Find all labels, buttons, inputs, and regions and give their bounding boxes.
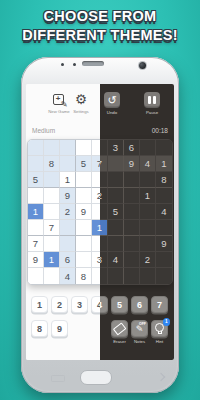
eraser-key — [111, 320, 128, 337]
sudoku-cell-r6c9[interactable] — [156, 220, 172, 236]
numpad-2[interactable]: 2 — [51, 296, 68, 313]
sudoku-cell-r7c8[interactable] — [140, 236, 156, 252]
sudoku-cell-r2c4[interactable]: 5 — [76, 156, 92, 172]
app-screen: + ✎ New Game ⚙ Settings ↺ Undo Pause Med… — [26, 84, 174, 360]
undo-button[interactable]: ↺ Undo — [100, 92, 127, 115]
sudoku-cell-r5c3[interactable]: 2 — [60, 204, 76, 220]
sudoku-cell-r8c6[interactable]: 4 — [108, 252, 124, 268]
settings-label: Settings — [73, 109, 89, 114]
back-key[interactable] — [157, 373, 165, 381]
sudoku-cell-r8c5[interactable]: 3 — [100, 252, 108, 268]
banner-line-1: CHOOSE FROM — [0, 7, 200, 26]
sudoku-cell-r3c8[interactable] — [140, 172, 156, 188]
numpad-6[interactable]: 6 — [131, 296, 148, 313]
notes-key: ✎ OFF — [131, 320, 148, 337]
undo-label: Undo — [107, 110, 117, 115]
sudoku-cell-r7c1[interactable]: 7 — [28, 236, 44, 252]
sudoku-cell-r2c6[interactable] — [108, 156, 124, 172]
sudoku-cell-r9c5[interactable] — [100, 268, 108, 284]
sudoku-cell-r2c3[interactable] — [60, 156, 76, 172]
sudoku-cell-r2c8[interactable]: 4 — [140, 156, 156, 172]
sudoku-cell-r1c8[interactable] — [140, 140, 156, 156]
sensor-dot — [73, 63, 76, 66]
notes-state: OFF — [139, 322, 146, 326]
sudoku-cell-r4c7[interactable] — [124, 188, 140, 204]
sudoku-cell-r3c5[interactable] — [100, 172, 108, 188]
sudoku-cell-r2c5[interactable]: 7 — [100, 156, 108, 172]
recents-key[interactable] — [51, 375, 65, 382]
sudoku-cell-r1c4[interactable] — [76, 140, 92, 156]
sudoku-cell-r7c7[interactable] — [124, 236, 140, 252]
sudoku-cell-r1c3[interactable] — [60, 140, 76, 156]
sudoku-cell-r4c1[interactable] — [28, 188, 44, 204]
sudoku-cell-r5c8[interactable] — [140, 204, 156, 220]
sensor-dot — [61, 63, 64, 66]
sudoku-cell-r3c6[interactable] — [108, 172, 124, 188]
sudoku-cell-r1c7[interactable]: 6 — [124, 140, 140, 156]
sudoku-cell-r6c5[interactable]: 1 — [100, 220, 108, 236]
eraser-label: Eraser — [113, 339, 126, 344]
timer-value: 00:18 — [152, 127, 168, 134]
undo-icon: ↺ — [107, 93, 116, 107]
sudoku-cell-r5c1[interactable]: 1 — [28, 204, 44, 220]
sudoku-cell-r9c1[interactable] — [28, 268, 44, 284]
numpad-spacer — [71, 320, 88, 337]
hint-label: Hint — [156, 339, 164, 344]
undo-key: ↺ — [104, 92, 120, 108]
sudoku-cell-r4c6[interactable] — [108, 188, 124, 204]
sudoku-cell-r6c6[interactable] — [108, 220, 124, 236]
sudoku-cell-r3c9[interactable]: 8 — [156, 172, 172, 188]
difficulty-label: Medium — [32, 127, 55, 134]
notes-button[interactable]: ✎ OFF Notes — [131, 320, 148, 337]
sudoku-cell-r9c3[interactable]: 4 — [60, 268, 76, 284]
sudoku-cell-r2c2[interactable]: 8 — [44, 156, 60, 172]
numpad-3[interactable]: 3 — [71, 296, 88, 313]
notes-label: Notes — [134, 339, 145, 344]
sudoku-cell-r9c9[interactable] — [156, 268, 172, 284]
sudoku-cell-r6c1[interactable] — [28, 220, 44, 236]
banner-line-2: DIFFERENT THEMES! — [0, 26, 200, 45]
numpad: 1 2 3 4 5 6 7 8 9 Eraser ✎ OFF Notes 1 — [100, 296, 168, 337]
phone-mockup: + ✎ New Game ⚙ Settings ↺ Undo Pause Med… — [21, 57, 179, 393]
hint-button[interactable]: 1 Hint — [151, 320, 168, 337]
sudoku-cell-r2c1[interactable] — [28, 156, 44, 172]
numpad-8[interactable]: 8 — [31, 320, 48, 337]
sudoku-cell-r3c1[interactable]: 5 — [28, 172, 44, 188]
eraser-button[interactable]: Eraser — [111, 320, 128, 337]
pause-icon — [148, 96, 156, 104]
sudoku-cell-r6c2[interactable]: 7 — [44, 220, 60, 236]
gear-icon: ⚙ — [75, 92, 87, 107]
sudoku-cell-r8c8[interactable]: 2 — [140, 252, 156, 268]
sudoku-cell-r7c4[interactable] — [76, 236, 92, 252]
dark-theme-content: + ✎ New Game ⚙ Settings ↺ Undo Pause Med… — [100, 84, 174, 360]
sudoku-cell-r8c9[interactable] — [156, 252, 172, 268]
sudoku-cell-r2c7[interactable]: 9 — [124, 156, 140, 172]
sudoku-cell-r5c6[interactable]: 5 — [108, 204, 124, 220]
sudoku-cell-r3c7[interactable] — [124, 172, 140, 188]
sudoku-cell-r8c4[interactable] — [76, 252, 92, 268]
sudoku-cell-r6c8[interactable] — [140, 220, 156, 236]
sudoku-cell-r3c2[interactable] — [44, 172, 60, 188]
sudoku-cell-r1c5[interactable] — [100, 140, 108, 156]
hint-key: 1 — [151, 320, 168, 337]
sudoku-cell-r7c5[interactable] — [100, 236, 108, 252]
sudoku-cell-r5c2[interactable] — [44, 204, 60, 220]
sudoku-cell-r7c6[interactable] — [108, 236, 124, 252]
sudoku-cell-r4c2[interactable] — [44, 188, 60, 204]
numpad-1[interactable]: 1 — [31, 296, 48, 313]
sudoku-cell-r2c9[interactable]: 1 — [156, 156, 172, 172]
phone-speaker — [82, 61, 104, 66]
banner-title: CHOOSE FROM DIFFERENT THEMES! — [0, 7, 200, 45]
numpad-5[interactable]: 5 — [111, 296, 128, 313]
sudoku-cell-r5c5[interactable] — [100, 204, 108, 220]
sudoku-cell-r3c3[interactable]: 1 — [60, 172, 76, 188]
pause-key — [144, 92, 160, 108]
sudoku-cell-r5c9[interactable]: 4 — [156, 204, 172, 220]
pause-button[interactable]: Pause — [137, 92, 167, 115]
sudoku-board: 3685794151892112954717991634248 — [100, 139, 173, 285]
sudoku-cell-r1c9[interactable] — [156, 140, 172, 156]
eraser-icon — [113, 322, 126, 335]
numpad-spacer — [100, 320, 108, 337]
sudoku-cell-r9c8[interactable] — [140, 268, 156, 284]
sudoku-cell-r4c4[interactable] — [76, 188, 92, 204]
sudoku-cell-r8c2[interactable]: 1 — [44, 252, 60, 268]
sudoku-cell-r5c4[interactable]: 9 — [76, 204, 92, 220]
dark-theme-half: + ✎ New Game ⚙ Settings ↺ Undo Pause Med… — [100, 84, 174, 360]
sudoku-cell-r6c4[interactable] — [76, 220, 92, 236]
sudoku-cell-r4c3[interactable]: 9 — [60, 188, 76, 204]
promo-screenshot: CHOOSE FROM DIFFERENT THEMES! + ✎ New Ga… — [0, 0, 200, 400]
front-camera — [139, 62, 146, 69]
sudoku-cell-r1c2[interactable] — [44, 140, 60, 156]
sudoku-cell-r1c6[interactable]: 3 — [108, 140, 124, 156]
sudoku-cell-r6c7[interactable] — [124, 220, 140, 236]
sudoku-cell-r9c4[interactable]: 8 — [76, 268, 92, 284]
sudoku-cell-r3c4[interactable] — [76, 172, 92, 188]
sudoku-cell-r5c7[interactable] — [124, 204, 140, 220]
sudoku-cell-r8c1[interactable]: 9 — [28, 252, 44, 268]
status-row: Medium 00:18 — [100, 127, 168, 134]
pause-label: Pause — [146, 110, 158, 115]
sudoku-cell-r9c6[interactable] — [108, 268, 124, 284]
hint-badge: 1 — [163, 318, 171, 326]
numpad-7[interactable]: 7 — [151, 296, 168, 313]
settings-button[interactable]: ⚙ Settings — [66, 92, 96, 114]
home-button[interactable] — [80, 370, 112, 385]
sudoku-cell-r7c9[interactable]: 9 — [156, 236, 172, 252]
sudoku-cell-r7c3[interactable] — [60, 236, 76, 252]
numpad-4[interactable]: 4 — [100, 296, 108, 313]
sudoku-cell-r8c3[interactable]: 6 — [60, 252, 76, 268]
numpad-9[interactable]: 9 — [51, 320, 68, 337]
sudoku-cell-r1c1[interactable] — [28, 140, 44, 156]
sudoku-cell-r4c8[interactable]: 1 — [140, 188, 156, 204]
sudoku-cell-r7c2[interactable] — [44, 236, 60, 252]
sudoku-cell-r9c7[interactable] — [124, 268, 140, 284]
sudoku-cell-r4c5[interactable]: 2 — [100, 188, 108, 204]
sudoku-cell-r6c3[interactable] — [60, 220, 76, 236]
new-game-icon: + ✎ — [52, 92, 67, 107]
sudoku-cell-r9c2[interactable] — [44, 268, 60, 284]
sudoku-cell-r8c7[interactable] — [124, 252, 140, 268]
sudoku-cell-r4c9[interactable] — [156, 188, 172, 204]
